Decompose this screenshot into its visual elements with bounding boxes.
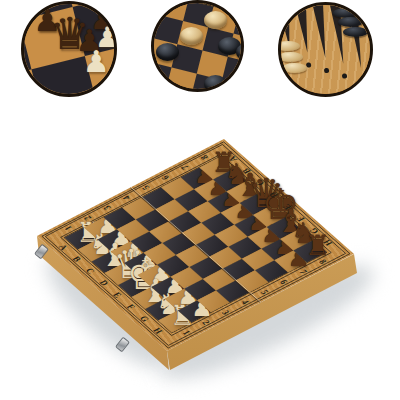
point-dot	[360, 78, 366, 84]
backgammon-checker-dark	[338, 17, 363, 27]
checker-dark	[238, 7, 244, 25]
point-dot	[328, 96, 334, 97]
backgammon-checker-light	[282, 63, 307, 73]
backgammon-point	[311, 2, 332, 59]
inset-backgammon-closeup	[278, 2, 373, 97]
checker-dark	[204, 75, 227, 92]
checker-light	[204, 11, 227, 29]
point-dot	[310, 94, 316, 97]
inset-chess-closeup: ♟ ♛ ♟ ♟ ♟ ♟	[21, 1, 117, 97]
inset-white-pawn-icon: ♟	[83, 47, 110, 77]
point-dot	[324, 68, 330, 74]
checker-dark	[156, 43, 179, 61]
point-dot	[342, 73, 348, 79]
inset-board-border	[151, 0, 244, 26]
backgammon-checker-light	[278, 52, 303, 62]
backgammon-checker-dark	[343, 27, 368, 37]
checker-light	[180, 27, 203, 45]
product-photo: ♟ ♛ ♟ ♟ ♟ ♟ 5 6	[0, 0, 400, 400]
inset-checkers-closeup: 5 6	[151, 0, 244, 92]
